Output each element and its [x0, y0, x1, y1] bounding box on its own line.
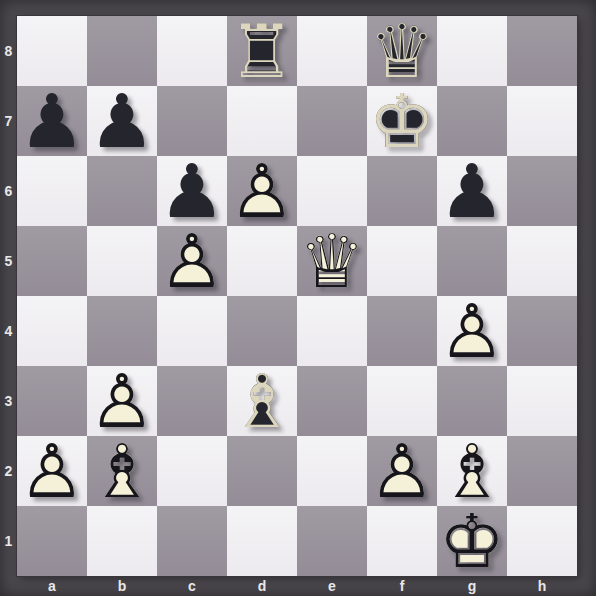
file-label-d: d: [227, 576, 297, 596]
piece-base-glyph: ♟: [17, 86, 87, 156]
piece-white-queen[interactable]: ♛♕: [297, 226, 367, 296]
square-b7[interactable]: ♟: [87, 86, 157, 156]
piece-base-glyph: ♛: [297, 226, 367, 296]
piece-white-bishop[interactable]: ♝♗: [437, 436, 507, 506]
piece-base-glyph: ♟: [17, 436, 87, 506]
square-d8[interactable]: ♜♖: [227, 16, 297, 86]
file-label-h: h: [507, 576, 577, 596]
piece-white-bishop[interactable]: ♝♗: [87, 436, 157, 506]
piece-base-glyph: ♟: [437, 156, 507, 226]
piece-base-glyph: ♛: [367, 16, 437, 86]
square-h4[interactable]: [507, 296, 577, 366]
file-label-f: f: [367, 576, 437, 596]
piece-black-queen[interactable]: ♛♕: [367, 16, 437, 86]
square-d3[interactable]: ♝♗: [227, 366, 297, 436]
square-a3[interactable]: [17, 366, 87, 436]
square-c3[interactable]: [157, 366, 227, 436]
rank-label-1: 1: [0, 506, 17, 576]
square-f2[interactable]: ♟♙: [367, 436, 437, 506]
piece-detail-glyph: ♗: [227, 366, 297, 436]
piece-detail-glyph: ♖: [227, 16, 297, 86]
piece-detail-glyph: ♙: [157, 226, 227, 296]
rank-label-4: 4: [0, 296, 17, 366]
file-label-e: e: [297, 576, 367, 596]
square-f5[interactable]: [367, 226, 437, 296]
piece-base-glyph: ♟: [157, 226, 227, 296]
square-f3[interactable]: [367, 366, 437, 436]
square-b4[interactable]: [87, 296, 157, 366]
square-h8[interactable]: [507, 16, 577, 86]
square-b6[interactable]: [87, 156, 157, 226]
piece-white-pawn[interactable]: ♟♙: [87, 366, 157, 436]
piece-black-pawn[interactable]: ♟: [157, 156, 227, 226]
rank-label-2: 2: [0, 436, 17, 506]
piece-black-pawn[interactable]: ♟: [17, 86, 87, 156]
square-c1[interactable]: [157, 506, 227, 576]
file-label-g: g: [437, 576, 507, 596]
square-f8[interactable]: ♛♕: [367, 16, 437, 86]
chess-board: ♜♖♛♕♟♟♚♔♟♟♙♟♟♙♛♕♟♙♟♙♝♗♟♙♝♗♟♙♝♗♚♔: [17, 16, 577, 576]
square-f1[interactable]: [367, 506, 437, 576]
piece-detail-glyph: ♙: [17, 436, 87, 506]
square-e7[interactable]: [297, 86, 367, 156]
piece-white-pawn[interactable]: ♟♙: [227, 156, 297, 226]
square-b5[interactable]: [87, 226, 157, 296]
square-d2[interactable]: [227, 436, 297, 506]
piece-black-king[interactable]: ♚♔: [367, 86, 437, 156]
piece-detail-glyph: ♕: [297, 226, 367, 296]
piece-black-bishop[interactable]: ♝♗: [227, 366, 297, 436]
rank-labels: 87654321: [0, 16, 17, 576]
square-f4[interactable]: [367, 296, 437, 366]
piece-base-glyph: ♟: [157, 156, 227, 226]
piece-detail-glyph: ♙: [367, 436, 437, 506]
piece-black-pawn[interactable]: ♟: [87, 86, 157, 156]
rank-label-8: 8: [0, 16, 17, 86]
square-g7[interactable]: [437, 86, 507, 156]
piece-base-glyph: ♚: [437, 506, 507, 576]
square-e5[interactable]: ♛♕: [297, 226, 367, 296]
piece-detail-glyph: ♔: [367, 86, 437, 156]
square-f7[interactable]: ♚♔: [367, 86, 437, 156]
piece-detail-glyph: ♙: [87, 366, 157, 436]
square-d4[interactable]: [227, 296, 297, 366]
square-e2[interactable]: [297, 436, 367, 506]
piece-base-glyph: ♟: [227, 156, 297, 226]
square-e4[interactable]: [297, 296, 367, 366]
square-a5[interactable]: [17, 226, 87, 296]
piece-base-glyph: ♟: [437, 296, 507, 366]
square-h5[interactable]: [507, 226, 577, 296]
square-h6[interactable]: [507, 156, 577, 226]
file-labels: abcdefgh: [17, 576, 577, 596]
piece-white-pawn[interactable]: ♟♙: [367, 436, 437, 506]
square-c5[interactable]: ♟♙: [157, 226, 227, 296]
square-e1[interactable]: [297, 506, 367, 576]
piece-base-glyph: ♟: [87, 366, 157, 436]
square-d6[interactable]: ♟♙: [227, 156, 297, 226]
square-a8[interactable]: [17, 16, 87, 86]
square-a4[interactable]: [17, 296, 87, 366]
square-b3[interactable]: ♟♙: [87, 366, 157, 436]
square-c8[interactable]: [157, 16, 227, 86]
square-h3[interactable]: [507, 366, 577, 436]
square-a6[interactable]: [17, 156, 87, 226]
piece-base-glyph: ♚: [367, 86, 437, 156]
square-e3[interactable]: [297, 366, 367, 436]
square-g8[interactable]: [437, 16, 507, 86]
square-b8[interactable]: [87, 16, 157, 86]
square-h1[interactable]: [507, 506, 577, 576]
piece-base-glyph: ♟: [367, 436, 437, 506]
square-d7[interactable]: [227, 86, 297, 156]
square-e8[interactable]: [297, 16, 367, 86]
square-g6[interactable]: ♟: [437, 156, 507, 226]
piece-detail-glyph: ♗: [87, 436, 157, 506]
square-a7[interactable]: ♟: [17, 86, 87, 156]
piece-base-glyph: ♝: [437, 436, 507, 506]
piece-detail-glyph: ♔: [437, 506, 507, 576]
square-h2[interactable]: [507, 436, 577, 506]
file-label-c: c: [157, 576, 227, 596]
square-f6[interactable]: [367, 156, 437, 226]
square-b1[interactable]: [87, 506, 157, 576]
square-a2[interactable]: ♟♙: [17, 436, 87, 506]
square-d1[interactable]: [227, 506, 297, 576]
square-g3[interactable]: [437, 366, 507, 436]
square-h7[interactable]: [507, 86, 577, 156]
square-g4[interactable]: ♟♙: [437, 296, 507, 366]
rank-label-5: 5: [0, 226, 17, 296]
piece-detail-glyph: ♗: [437, 436, 507, 506]
square-c2[interactable]: [157, 436, 227, 506]
square-a1[interactable]: [17, 506, 87, 576]
piece-base-glyph: ♝: [87, 436, 157, 506]
piece-base-glyph: ♝: [227, 366, 297, 436]
piece-detail-glyph: ♙: [437, 296, 507, 366]
rank-label-6: 6: [0, 156, 17, 226]
square-c4[interactable]: [157, 296, 227, 366]
file-label-a: a: [17, 576, 87, 596]
square-g5[interactable]: [437, 226, 507, 296]
piece-base-glyph: ♜: [227, 16, 297, 86]
piece-black-rook[interactable]: ♜♖: [227, 16, 297, 86]
square-d5[interactable]: [227, 226, 297, 296]
board-frame: ♜♖♛♕♟♟♚♔♟♟♙♟♟♙♛♕♟♙♟♙♝♗♟♙♝♗♟♙♝♗♚♔ 8765432…: [0, 0, 596, 596]
square-g1[interactable]: ♚♔: [437, 506, 507, 576]
piece-detail-glyph: ♙: [227, 156, 297, 226]
square-g2[interactable]: ♝♗: [437, 436, 507, 506]
square-e6[interactable]: [297, 156, 367, 226]
piece-detail-glyph: ♕: [367, 16, 437, 86]
square-b2[interactable]: ♝♗: [87, 436, 157, 506]
rank-label-7: 7: [0, 86, 17, 156]
rank-label-3: 3: [0, 366, 17, 436]
square-c6[interactable]: ♟: [157, 156, 227, 226]
file-label-b: b: [87, 576, 157, 596]
piece-black-pawn[interactable]: ♟: [437, 156, 507, 226]
piece-white-pawn[interactable]: ♟♙: [157, 226, 227, 296]
piece-white-pawn[interactable]: ♟♙: [17, 436, 87, 506]
piece-base-glyph: ♟: [87, 86, 157, 156]
square-c7[interactable]: [157, 86, 227, 156]
piece-white-pawn[interactable]: ♟♙: [437, 296, 507, 366]
piece-white-king[interactable]: ♚♔: [437, 506, 507, 576]
